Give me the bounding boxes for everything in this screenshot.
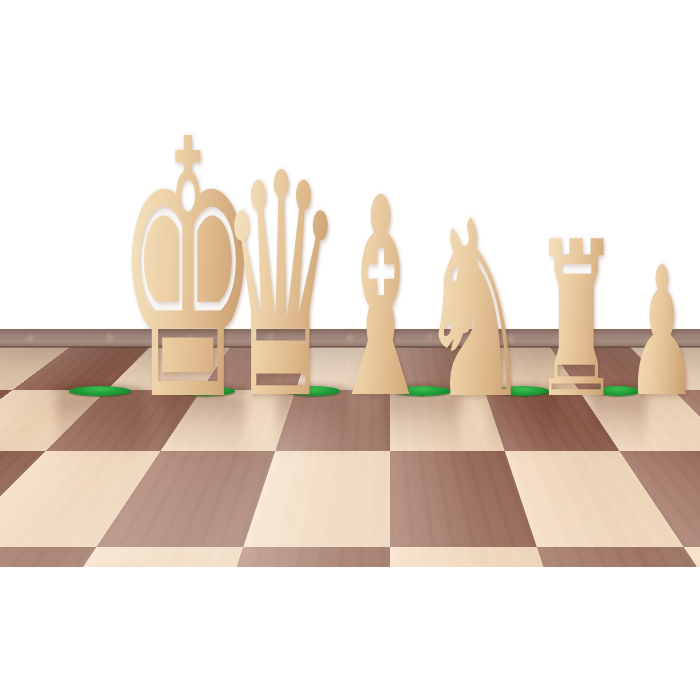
knight-glyph: ♞ — [418, 189, 532, 433]
piece-white-pawn[interactable]: ♟ — [618, 244, 700, 422]
rook-glyph: ♜ — [533, 213, 620, 428]
square-r3-c2[interactable] — [0, 547, 96, 567]
square-r3-c6[interactable] — [537, 547, 700, 567]
frame-coordinate-a: a — [27, 331, 34, 344]
pawn-glyph: ♟ — [626, 244, 698, 422]
chess-product-photo: abcdefgh ♚ ♛ ♝ ♞ ♜ ♟ — [0, 0, 700, 700]
